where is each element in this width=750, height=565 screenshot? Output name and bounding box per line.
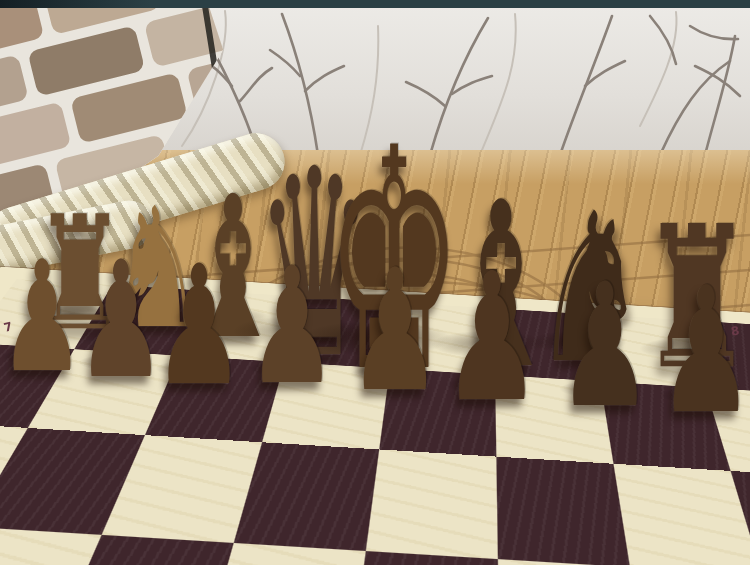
piece-f7-pawn[interactable]: ♟ <box>443 250 541 427</box>
piece-c7-pawn[interactable]: ♟ <box>153 244 245 409</box>
piece-e7-pawn[interactable]: ♟ <box>348 247 441 415</box>
square-e6[interactable] <box>366 449 498 559</box>
square-g6[interactable] <box>613 464 750 565</box>
square-f6[interactable] <box>496 457 630 565</box>
piece-g7-pawn[interactable]: ♟ <box>557 260 652 431</box>
piece-d7-pawn[interactable]: ♟ <box>247 246 336 407</box>
scene: ♜♞♝♛♚♝♞♜♟♟♟♟♟♟♟♟ 78 <box>0 0 750 565</box>
piece-a7-pawn[interactable]: ♟ <box>0 241 85 394</box>
ceiling-strip <box>0 0 750 8</box>
piece-h7-pawn[interactable]: ♟ <box>658 264 750 438</box>
